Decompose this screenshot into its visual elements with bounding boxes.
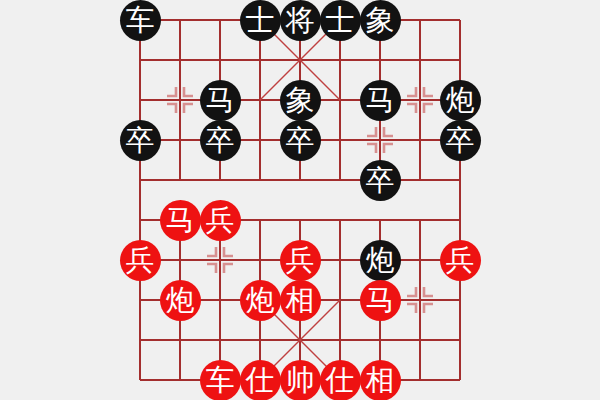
piece-red-advisor[interactable]: 仕 [320,360,361,400]
xiangqi-board[interactable]: 车士将士象马象马炮卒卒卒卒卒马兵兵兵炮兵炮炮相马车仕帅仕相 [120,0,480,400]
piece-red-cannon[interactable]: 炮 [160,280,201,321]
piece-black-elephant[interactable]: 象 [360,0,401,41]
piece-red-elephant[interactable]: 相 [280,280,321,321]
piece-black-cannon[interactable]: 炮 [440,80,481,121]
piece-black-soldier[interactable]: 卒 [200,120,241,161]
piece-black-soldier[interactable]: 卒 [120,120,161,161]
piece-black-horse[interactable]: 马 [360,80,401,121]
piece-red-cannon[interactable]: 炮 [240,280,281,321]
piece-red-soldier[interactable]: 兵 [440,240,481,281]
piece-black-horse[interactable]: 马 [200,80,241,121]
piece-red-horse[interactable]: 马 [360,280,401,321]
piece-black-chariot[interactable]: 车 [120,0,161,41]
piece-black-soldier[interactable]: 卒 [360,160,401,201]
piece-black-elephant[interactable]: 象 [280,80,321,121]
piece-red-elephant[interactable]: 相 [360,360,401,400]
piece-black-general[interactable]: 将 [280,0,321,41]
piece-red-advisor[interactable]: 仕 [240,360,281,400]
piece-black-advisor[interactable]: 士 [320,0,361,41]
xiangqi-app: 车士将士象马象马炮卒卒卒卒卒马兵兵兵炮兵炮炮相马车仕帅仕相 [0,0,600,400]
piece-red-chariot[interactable]: 车 [200,360,241,400]
piece-red-soldier[interactable]: 兵 [120,240,161,281]
piece-red-general[interactable]: 帅 [280,360,321,400]
piece-red-soldier[interactable]: 兵 [280,240,321,281]
piece-black-advisor[interactable]: 士 [240,0,281,41]
piece-black-cannon[interactable]: 炮 [360,240,401,281]
piece-black-soldier[interactable]: 卒 [440,120,481,161]
piece-red-soldier[interactable]: 兵 [200,200,241,241]
piece-red-horse[interactable]: 马 [160,200,201,241]
piece-black-soldier[interactable]: 卒 [280,120,321,161]
